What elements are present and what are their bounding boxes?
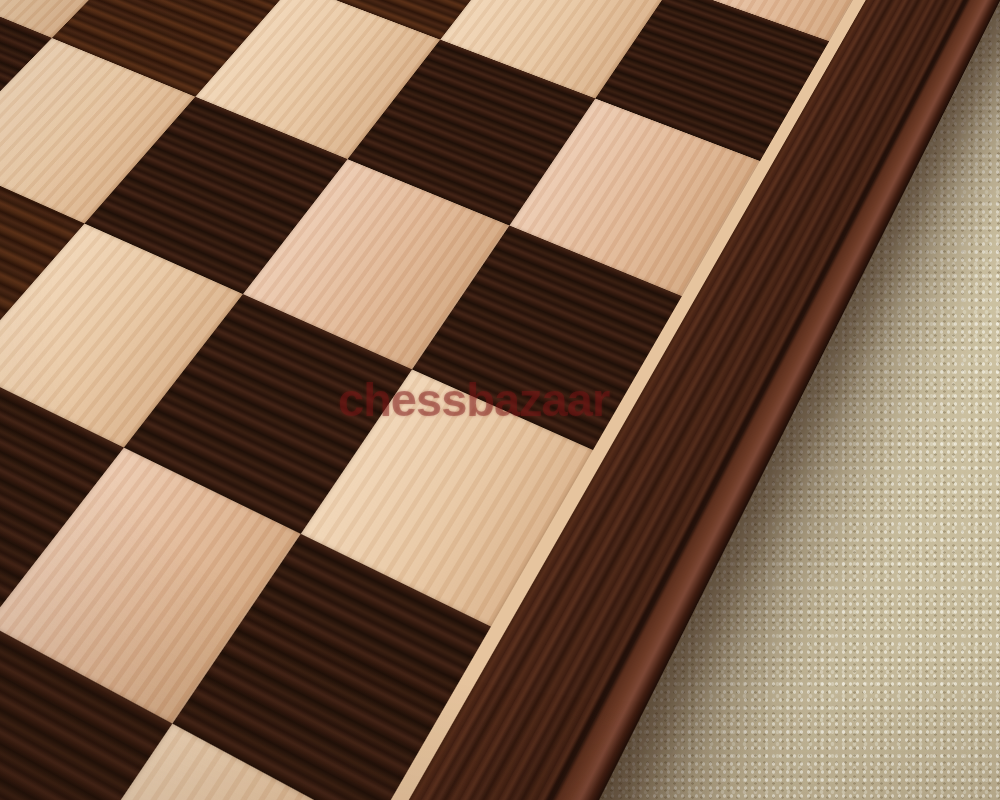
photo-scene: chessbazaar xyxy=(0,0,1000,800)
